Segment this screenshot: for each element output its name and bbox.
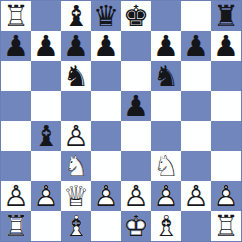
- square-h1[interactable]: ♜♖: [211, 211, 241, 241]
- square-c3[interactable]: ♞♘: [61, 151, 91, 181]
- square-c8[interactable]: ♝: [61, 1, 91, 31]
- piece-white-pawn[interactable]: ♙: [121, 181, 151, 211]
- square-h5[interactable]: [211, 91, 241, 121]
- square-d7[interactable]: ♟: [91, 31, 121, 61]
- square-c2[interactable]: ♛♕: [61, 181, 91, 211]
- square-b5[interactable]: [31, 91, 61, 121]
- piece-white-pawn[interactable]: ♙: [211, 181, 241, 211]
- square-e5[interactable]: ♟: [121, 91, 151, 121]
- square-f4[interactable]: [151, 121, 181, 151]
- square-a2[interactable]: ♟♙: [1, 181, 31, 211]
- square-c7[interactable]: ♟: [61, 31, 91, 61]
- square-e6[interactable]: [121, 61, 151, 91]
- square-g2[interactable]: ♟♙: [181, 181, 211, 211]
- square-e2[interactable]: ♟♙: [121, 181, 151, 211]
- piece-black-pawn[interactable]: ♟: [31, 31, 61, 61]
- square-b1[interactable]: [31, 211, 61, 241]
- square-b7[interactable]: ♟: [31, 31, 61, 61]
- piece-white-pawn[interactable]: ♙: [91, 181, 121, 211]
- square-h3[interactable]: [211, 151, 241, 181]
- piece-black-pawn[interactable]: ♟: [181, 31, 211, 61]
- piece-black-knight[interactable]: ♞: [61, 61, 91, 91]
- square-d2[interactable]: ♟♙: [91, 181, 121, 211]
- piece-white-pawn[interactable]: ♙: [1, 181, 31, 211]
- chess-board: ♜♖♝♛♚♜♟♟♟♟♟♟♟♞♞♟♝♟♙♞♘♞♘♟♙♟♙♛♕♟♙♟♙♟♙♟♙♟♙♜…: [0, 0, 242, 242]
- piece-white-bishop[interactable]: ♗: [151, 211, 181, 241]
- square-g3[interactable]: [181, 151, 211, 181]
- square-f5[interactable]: [151, 91, 181, 121]
- square-a4[interactable]: [1, 121, 31, 151]
- square-c4[interactable]: ♟♙: [61, 121, 91, 151]
- square-h8[interactable]: ♜: [211, 1, 241, 31]
- square-g8[interactable]: [181, 1, 211, 31]
- square-h6[interactable]: [211, 61, 241, 91]
- square-f1[interactable]: ♝♗: [151, 211, 181, 241]
- piece-black-rook[interactable]: ♜: [211, 1, 241, 31]
- square-c1[interactable]: ♝♗: [61, 211, 91, 241]
- square-a1[interactable]: ♜♖: [1, 211, 31, 241]
- piece-white-bishop[interactable]: ♗: [61, 211, 91, 241]
- square-f7[interactable]: ♟: [151, 31, 181, 61]
- square-d1[interactable]: [91, 211, 121, 241]
- square-g5[interactable]: [181, 91, 211, 121]
- square-f3[interactable]: ♞♘: [151, 151, 181, 181]
- piece-black-pawn[interactable]: ♟: [91, 31, 121, 61]
- piece-black-bishop[interactable]: ♝: [61, 1, 91, 31]
- piece-white-rook[interactable]: ♖: [1, 1, 31, 31]
- square-b6[interactable]: [31, 61, 61, 91]
- square-d4[interactable]: [91, 121, 121, 151]
- square-c5[interactable]: [61, 91, 91, 121]
- piece-black-pawn[interactable]: ♟: [121, 91, 151, 121]
- piece-black-king[interactable]: ♚: [121, 1, 151, 31]
- piece-white-pawn[interactable]: ♙: [181, 181, 211, 211]
- square-e4[interactable]: [121, 121, 151, 151]
- piece-black-pawn[interactable]: ♟: [1, 31, 31, 61]
- piece-white-pawn[interactable]: ♙: [61, 121, 91, 151]
- square-f2[interactable]: ♟♙: [151, 181, 181, 211]
- square-e7[interactable]: [121, 31, 151, 61]
- piece-black-pawn[interactable]: ♟: [151, 31, 181, 61]
- square-a7[interactable]: ♟: [1, 31, 31, 61]
- square-a5[interactable]: [1, 91, 31, 121]
- piece-white-knight[interactable]: ♘: [151, 151, 181, 181]
- piece-white-knight[interactable]: ♘: [61, 151, 91, 181]
- piece-white-queen[interactable]: ♕: [61, 181, 91, 211]
- square-h7[interactable]: ♟: [211, 31, 241, 61]
- piece-white-pawn[interactable]: ♙: [151, 181, 181, 211]
- square-d8[interactable]: ♛: [91, 1, 121, 31]
- square-b3[interactable]: [31, 151, 61, 181]
- piece-black-pawn[interactable]: ♟: [211, 31, 241, 61]
- square-d5[interactable]: [91, 91, 121, 121]
- piece-black-pawn[interactable]: ♟: [61, 31, 91, 61]
- piece-white-pawn[interactable]: ♙: [31, 181, 61, 211]
- square-f6[interactable]: ♞: [151, 61, 181, 91]
- square-a8[interactable]: ♜♖: [1, 1, 31, 31]
- piece-white-rook[interactable]: ♖: [1, 211, 31, 241]
- square-a3[interactable]: [1, 151, 31, 181]
- piece-white-king[interactable]: ♔: [121, 211, 151, 241]
- square-d3[interactable]: [91, 151, 121, 181]
- square-d6[interactable]: [91, 61, 121, 91]
- square-g4[interactable]: [181, 121, 211, 151]
- square-h2[interactable]: ♟♙: [211, 181, 241, 211]
- piece-white-rook[interactable]: ♖: [211, 211, 241, 241]
- square-c6[interactable]: ♞: [61, 61, 91, 91]
- square-a6[interactable]: [1, 61, 31, 91]
- square-e3[interactable]: [121, 151, 151, 181]
- square-f8[interactable]: [151, 1, 181, 31]
- piece-black-knight[interactable]: ♞: [151, 61, 181, 91]
- square-e1[interactable]: ♚♔: [121, 211, 151, 241]
- square-g1[interactable]: [181, 211, 211, 241]
- square-b8[interactable]: [31, 1, 61, 31]
- square-h4[interactable]: [211, 121, 241, 151]
- square-b4[interactable]: ♝: [31, 121, 61, 151]
- square-e8[interactable]: ♚: [121, 1, 151, 31]
- piece-black-bishop[interactable]: ♝: [31, 121, 61, 151]
- piece-black-queen[interactable]: ♛: [91, 1, 121, 31]
- square-g7[interactable]: ♟: [181, 31, 211, 61]
- square-g6[interactable]: [181, 61, 211, 91]
- square-b2[interactable]: ♟♙: [31, 181, 61, 211]
